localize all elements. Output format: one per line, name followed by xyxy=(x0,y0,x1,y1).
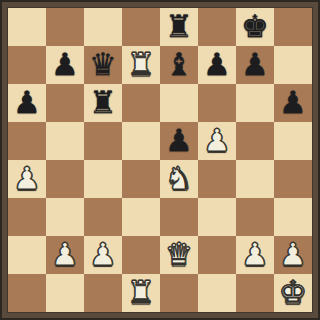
square-g8[interactable]: ♚ xyxy=(236,8,274,46)
square-c4[interactable] xyxy=(84,160,122,198)
piece-white-king[interactable]: ♚ xyxy=(279,273,307,311)
square-g2[interactable]: ♟ xyxy=(236,236,274,274)
piece-black-pawn[interactable]: ♟ xyxy=(279,83,307,121)
square-b1[interactable] xyxy=(46,274,84,312)
square-h3[interactable] xyxy=(274,198,312,236)
piece-white-pawn[interactable]: ♟ xyxy=(279,235,307,273)
square-b2[interactable]: ♟ xyxy=(46,236,84,274)
square-d7[interactable]: ♜ xyxy=(122,46,160,84)
square-c5[interactable] xyxy=(84,122,122,160)
square-g7[interactable]: ♟ xyxy=(236,46,274,84)
square-f2[interactable] xyxy=(198,236,236,274)
square-a5[interactable] xyxy=(8,122,46,160)
square-g3[interactable] xyxy=(236,198,274,236)
square-h5[interactable] xyxy=(274,122,312,160)
piece-white-rook[interactable]: ♜ xyxy=(127,273,155,311)
square-e5[interactable]: ♟ xyxy=(160,122,198,160)
square-h6[interactable]: ♟ xyxy=(274,84,312,122)
piece-black-pawn[interactable]: ♟ xyxy=(51,45,79,83)
piece-black-pawn[interactable]: ♟ xyxy=(165,121,193,159)
square-b8[interactable] xyxy=(46,8,84,46)
square-h2[interactable]: ♟ xyxy=(274,236,312,274)
piece-black-king[interactable]: ♚ xyxy=(241,7,269,45)
square-g5[interactable] xyxy=(236,122,274,160)
square-a1[interactable] xyxy=(8,274,46,312)
square-f1[interactable] xyxy=(198,274,236,312)
square-b3[interactable] xyxy=(46,198,84,236)
square-e1[interactable] xyxy=(160,274,198,312)
piece-black-pawn[interactable]: ♟ xyxy=(13,83,41,121)
square-c7[interactable]: ♛ xyxy=(84,46,122,84)
square-g4[interactable] xyxy=(236,160,274,198)
square-g6[interactable] xyxy=(236,84,274,122)
piece-black-queen[interactable]: ♛ xyxy=(89,45,117,83)
square-b6[interactable] xyxy=(46,84,84,122)
square-f7[interactable]: ♟ xyxy=(198,46,236,84)
square-f6[interactable] xyxy=(198,84,236,122)
square-h8[interactable] xyxy=(274,8,312,46)
piece-white-pawn[interactable]: ♟ xyxy=(203,121,231,159)
square-e8[interactable]: ♜ xyxy=(160,8,198,46)
piece-black-pawn[interactable]: ♟ xyxy=(241,45,269,83)
square-c6[interactable]: ♜ xyxy=(84,84,122,122)
square-b7[interactable]: ♟ xyxy=(46,46,84,84)
square-f8[interactable] xyxy=(198,8,236,46)
square-e2[interactable]: ♛ xyxy=(160,236,198,274)
piece-white-pawn[interactable]: ♟ xyxy=(51,235,79,273)
square-h1[interactable]: ♚ xyxy=(274,274,312,312)
square-d5[interactable] xyxy=(122,122,160,160)
square-e7[interactable]: ♝ xyxy=(160,46,198,84)
square-d6[interactable] xyxy=(122,84,160,122)
square-b5[interactable] xyxy=(46,122,84,160)
piece-black-rook[interactable]: ♜ xyxy=(89,83,117,121)
square-c1[interactable] xyxy=(84,274,122,312)
piece-white-pawn[interactable]: ♟ xyxy=(89,235,117,273)
square-h7[interactable] xyxy=(274,46,312,84)
square-e6[interactable] xyxy=(160,84,198,122)
square-e4[interactable]: ♞ xyxy=(160,160,198,198)
square-a8[interactable] xyxy=(8,8,46,46)
piece-white-pawn[interactable]: ♟ xyxy=(13,159,41,197)
square-a2[interactable] xyxy=(8,236,46,274)
square-a4[interactable]: ♟ xyxy=(8,160,46,198)
square-b4[interactable] xyxy=(46,160,84,198)
piece-white-rook[interactable]: ♜ xyxy=(127,45,155,83)
square-c8[interactable] xyxy=(84,8,122,46)
piece-white-queen[interactable]: ♛ xyxy=(165,235,193,273)
square-c3[interactable] xyxy=(84,198,122,236)
square-f4[interactable] xyxy=(198,160,236,198)
square-f5[interactable]: ♟ xyxy=(198,122,236,160)
square-d8[interactable] xyxy=(122,8,160,46)
square-d4[interactable] xyxy=(122,160,160,198)
square-d3[interactable] xyxy=(122,198,160,236)
square-a7[interactable] xyxy=(8,46,46,84)
square-a6[interactable]: ♟ xyxy=(8,84,46,122)
square-a3[interactable] xyxy=(8,198,46,236)
chess-board: ♜♚♟♛♜♝♟♟♟♜♟♟♟♟♞♟♟♛♟♟♜♚ xyxy=(8,8,312,312)
piece-black-bishop[interactable]: ♝ xyxy=(165,45,193,83)
square-g1[interactable] xyxy=(236,274,274,312)
square-d2[interactable] xyxy=(122,236,160,274)
piece-white-knight[interactable]: ♞ xyxy=(165,159,193,197)
square-f3[interactable] xyxy=(198,198,236,236)
square-d1[interactable]: ♜ xyxy=(122,274,160,312)
chess-board-frame: ♜♚♟♛♜♝♟♟♟♜♟♟♟♟♞♟♟♛♟♟♜♚ xyxy=(0,0,320,320)
square-h4[interactable] xyxy=(274,160,312,198)
square-c2[interactable]: ♟ xyxy=(84,236,122,274)
square-e3[interactable] xyxy=(160,198,198,236)
piece-black-pawn[interactable]: ♟ xyxy=(203,45,231,83)
piece-white-pawn[interactable]: ♟ xyxy=(241,235,269,273)
piece-black-rook[interactable]: ♜ xyxy=(165,7,193,45)
